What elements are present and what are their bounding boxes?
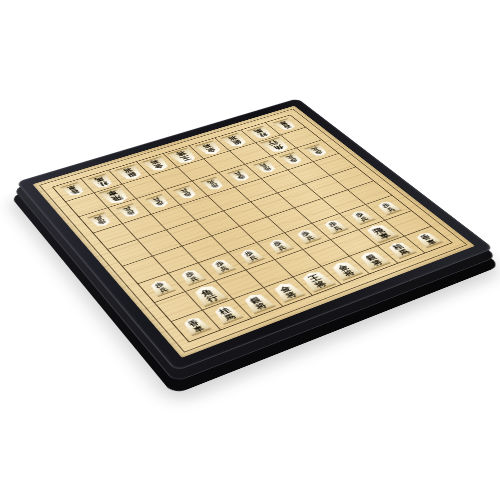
- piece-kanji: 兵: [248, 255, 260, 262]
- piece-sente-silver[interactable]: 銀将: [240, 291, 277, 314]
- piece-kanji: 兵: [332, 226, 343, 232]
- cell-9e[interactable]: [108, 239, 153, 266]
- piece-kanji: 銀: [364, 254, 378, 262]
- piece-kanji: 将: [370, 259, 384, 267]
- piece-kanji: 将: [313, 280, 329, 290]
- cell-5h[interactable]: [275, 249, 322, 277]
- cell-4g[interactable]: 歩兵: [286, 223, 332, 249]
- cell-8i[interactable]: 桂馬: [203, 299, 252, 330]
- piece-kanji: 兵: [219, 265, 231, 272]
- piece-kanji: 歩: [354, 212, 365, 218]
- cell-9i[interactable]: 香車: [172, 310, 221, 341]
- cell-9h[interactable]: [155, 291, 203, 321]
- piece-sente-pawn[interactable]: 歩兵: [237, 247, 266, 265]
- board-frame: 香車桂馬銀将金将玉将金将銀将桂馬香車飛車角行歩兵歩兵歩兵歩兵歩兵歩兵歩兵歩兵歩兵…: [16, 98, 494, 371]
- cell-8h[interactable]: 角行: [186, 280, 234, 310]
- cell-8e[interactable]: [138, 230, 183, 256]
- piece-kanji: 馬: [223, 313, 237, 322]
- piece-kanji: 兵: [93, 215, 104, 221]
- piece-gote-pawn[interactable]: 歩兵: [253, 160, 279, 174]
- piece-kanji: 香: [419, 234, 431, 241]
- cell-5f[interactable]: [240, 217, 285, 243]
- piece-kanji: 飛: [371, 226, 386, 235]
- shogi-board-3d: 香車桂馬銀将金将玉将金将銀将桂馬香車飛車角行歩兵歩兵歩兵歩兵歩兵歩兵歩兵歩兵歩兵…: [16, 98, 494, 371]
- piece-kanji: 将: [284, 291, 299, 300]
- cell-3g[interactable]: 歩兵: [313, 214, 358, 239]
- piece-sente-king[interactable]: 王将: [297, 269, 336, 293]
- cell-3h[interactable]: [331, 230, 377, 256]
- piece-kanji: 車: [192, 325, 205, 333]
- cell-7g[interactable]: 歩兵: [199, 253, 246, 281]
- piece-kanji: 歩: [300, 231, 311, 238]
- cell-7e[interactable]: [167, 220, 212, 246]
- piece-gote-pawn[interactable]: 歩兵: [304, 144, 330, 158]
- piece-gote-lance[interactable]: 香車: [272, 118, 298, 132]
- piece-sente-pawn[interactable]: 歩兵: [177, 268, 206, 286]
- piece-kanji: 歩: [154, 282, 166, 289]
- piece-kanji: 兵: [359, 216, 370, 222]
- board-wood-surface: 香車桂馬銀将金将玉将金将銀将桂馬香車飛車角行歩兵歩兵歩兵歩兵歩兵歩兵歩兵歩兵歩兵…: [33, 106, 475, 358]
- piece-kanji: 金: [336, 264, 350, 272]
- cell-8g[interactable]: 歩兵: [169, 263, 216, 291]
- piece-sente-pawn[interactable]: 歩兵: [207, 257, 236, 275]
- cell-7h[interactable]: [216, 270, 264, 299]
- cell-9f[interactable]: [123, 256, 169, 284]
- piece-kanji: 銀: [248, 296, 263, 305]
- piece-sente-pawn[interactable]: 歩兵: [374, 200, 402, 216]
- piece-kanji: 将: [254, 302, 269, 311]
- piece-kanji: 兵: [386, 207, 397, 213]
- piece-sente-bishop[interactable]: 角行: [190, 283, 229, 308]
- piece-sente-lance[interactable]: 香車: [413, 231, 444, 249]
- piece-sente-rook[interactable]: 飛車: [362, 222, 400, 244]
- piece-kanji: 桂: [218, 307, 232, 316]
- piece-sente-pawn[interactable]: 歩兵: [321, 218, 350, 234]
- piece-gote-pawn[interactable]: 歩兵: [227, 168, 253, 183]
- piece-sente-gold[interactable]: 金将: [270, 280, 306, 303]
- piece-kanji: 行: [205, 294, 221, 304]
- piece-kanji: 歩: [184, 271, 196, 278]
- cell-4i[interactable]: 金将: [322, 256, 370, 284]
- piece-gote-pawn[interactable]: 歩兵: [145, 194, 172, 210]
- cell-5g[interactable]: 歩兵: [257, 233, 303, 260]
- piece-kanji: 桂: [392, 244, 405, 252]
- piece-kanji: 王: [307, 274, 323, 283]
- piece-sente-pawn[interactable]: 歩兵: [265, 237, 294, 254]
- cell-6f[interactable]: [212, 227, 257, 253]
- cell-7i[interactable]: 銀将: [234, 288, 283, 318]
- piece-kanji: 馬: [397, 248, 410, 256]
- cell-8f[interactable]: [153, 246, 199, 273]
- piece-kanji: 兵: [158, 287, 170, 294]
- cell-8d[interactable]: [123, 214, 167, 239]
- cell-2h[interactable]: 飛車: [359, 220, 405, 246]
- shogi-product-photo: 香車桂馬銀将金将玉将金将銀将桂馬香車飛車角行歩兵歩兵歩兵歩兵歩兵歩兵歩兵歩兵歩兵…: [0, 0, 500, 500]
- piece-kanji: 角: [199, 288, 215, 298]
- piece-kanji: 車: [377, 232, 392, 241]
- cell-6g[interactable]: 歩兵: [229, 243, 275, 270]
- piece-sente-pawn[interactable]: 歩兵: [293, 228, 322, 245]
- cell-1h[interactable]: [385, 211, 431, 236]
- piece-gote-pawn[interactable]: 歩兵: [279, 152, 305, 166]
- cell-6i[interactable]: 金将: [264, 277, 312, 306]
- piece-kanji: 歩: [214, 261, 226, 268]
- piece-sente-knight[interactable]: 桂馬: [385, 240, 418, 259]
- piece-kanji: 将: [342, 269, 356, 277]
- piece-sente-knight[interactable]: 桂馬: [210, 303, 244, 325]
- cell-9g[interactable]: 歩兵: [139, 273, 186, 302]
- piece-gote-pawn[interactable]: 歩兵: [173, 185, 200, 200]
- cell-2i[interactable]: 桂馬: [378, 236, 425, 263]
- cell-4h[interactable]: [304, 239, 351, 266]
- piece-kanji: 香: [187, 319, 200, 327]
- cell-5i[interactable]: 王将: [293, 266, 341, 295]
- piece-kanji: 歩: [327, 222, 338, 228]
- cell-3i[interactable]: 銀将: [350, 246, 397, 273]
- piece-kanji: 車: [425, 238, 438, 245]
- cell-6e[interactable]: [196, 211, 240, 236]
- piece-gote-pawn[interactable]: 歩兵: [200, 177, 226, 192]
- piece-kanji: 兵: [189, 276, 201, 283]
- piece-kanji: 歩: [272, 241, 284, 248]
- cell-1i[interactable]: 香車: [405, 226, 452, 252]
- piece-kanji: 兵: [277, 245, 289, 252]
- piece-sente-silver[interactable]: 銀将: [356, 249, 392, 270]
- cell-6h[interactable]: [246, 259, 293, 287]
- piece-kanji: 歩: [97, 219, 108, 225]
- piece-kanji: 金: [278, 285, 292, 294]
- piece-gote-pawn[interactable]: 歩兵: [87, 212, 114, 228]
- piece-sente-pawn[interactable]: 歩兵: [348, 209, 376, 225]
- piece-sente-pawn[interactable]: 歩兵: [147, 278, 176, 297]
- piece-sente-gold[interactable]: 金将: [328, 259, 364, 281]
- piece-gote-pawn[interactable]: 歩兵: [116, 203, 143, 219]
- piece-kanji: 兵: [305, 235, 317, 242]
- cell-7f[interactable]: [183, 236, 229, 263]
- cell-9d[interactable]: [94, 223, 138, 249]
- piece-kanji: 歩: [243, 251, 255, 258]
- piece-sente-lance[interactable]: 香車: [180, 315, 212, 336]
